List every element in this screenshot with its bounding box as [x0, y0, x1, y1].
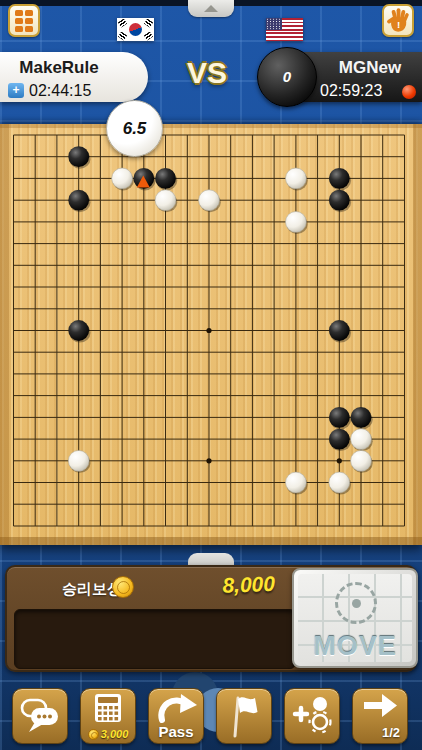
player-name-left: MakeRule	[4, 58, 114, 78]
stone-black-Q6	[329, 407, 350, 428]
stone-white-O17	[286, 168, 307, 189]
menu-button[interactable]	[8, 4, 40, 37]
stone-white-O3	[286, 472, 307, 493]
add-stone-button[interactable]	[284, 688, 340, 744]
stone-black-D18	[68, 146, 89, 167]
stone-white-R5	[351, 429, 372, 450]
move-button-label: MOVE	[294, 631, 416, 662]
calculator-icon	[88, 692, 128, 726]
grid-menu-icon	[15, 10, 23, 16]
star-point	[337, 458, 342, 463]
turn-indicator-dot	[402, 85, 416, 99]
star-point	[206, 328, 211, 333]
player-name-right: MGNew	[322, 58, 418, 78]
flag-united-states	[266, 18, 303, 41]
stone-black-Q5	[329, 429, 350, 450]
top-pull-tab[interactable]	[188, 0, 234, 17]
taegeuk-icon	[129, 23, 142, 36]
go-board[interactable]	[0, 124, 422, 545]
target-dashed-circle-icon	[335, 582, 377, 624]
score-estimate-button[interactable]: 3,000	[80, 688, 136, 744]
stone-black-Q17	[329, 168, 350, 189]
stone-black-D16	[68, 190, 89, 211]
star-point	[206, 458, 211, 463]
arrow-right-icon	[360, 692, 400, 722]
stone-black-Q16	[329, 190, 350, 211]
player-time-right: 02:59:23	[320, 82, 382, 100]
curved-arrow-icon	[154, 692, 198, 724]
player-panel-right[interactable]: 0 MGNew 02:59:23	[268, 52, 422, 102]
bottom-toolbar: 3,000 Pass 1/2	[0, 688, 422, 744]
black-stone-badge: 0	[257, 47, 317, 107]
hand-alert-button[interactable]: !	[382, 4, 414, 37]
chat-log-area[interactable]	[14, 609, 296, 669]
stone-black-D10	[68, 320, 89, 341]
move-button[interactable]: MOVE	[292, 568, 418, 668]
pass-button[interactable]: Pass	[148, 688, 204, 744]
stone-white-F17	[112, 168, 133, 189]
estimate-cost-badge: 3,000	[81, 728, 135, 740]
flag-south-korea	[117, 18, 154, 41]
stone-white-O15	[286, 212, 307, 233]
chat-button[interactable]	[12, 688, 68, 744]
board-grid	[0, 124, 422, 545]
stone-white-D4	[68, 450, 89, 471]
hand-alert-icon: !	[384, 6, 412, 35]
flag-icon	[222, 692, 266, 740]
stone-white-H16	[155, 190, 176, 211]
page-next-button[interactable]: 1/2	[352, 688, 408, 744]
stone-black-H17	[155, 168, 176, 189]
svg-text:!: !	[397, 19, 400, 30]
stone-white-R4	[351, 450, 372, 471]
plus-stones-icon	[290, 692, 334, 740]
chat-bubbles-icon	[17, 692, 63, 738]
plus-icon[interactable]: +	[8, 83, 24, 98]
white-stone-badge: 6.5	[106, 100, 163, 157]
player-panel-left[interactable]: MakeRule + 02:44:15 6.5	[0, 52, 148, 102]
stone-black-Q10	[329, 320, 350, 341]
gold-coin-icon	[112, 576, 134, 598]
pass-label: Pass	[149, 723, 203, 740]
resign-button[interactable]	[216, 688, 272, 744]
player-time-left: 02:44:15	[29, 82, 91, 100]
chevron-up-icon	[204, 5, 218, 12]
vs-label: VS	[178, 56, 236, 90]
stone-white-Q3	[329, 472, 350, 493]
reward-amount: 8,000	[157, 572, 276, 600]
stone-white-K16	[199, 190, 220, 211]
us-canton	[266, 18, 282, 30]
page-indicator: 1/2	[382, 725, 400, 740]
stone-black-R6	[351, 407, 372, 428]
gold-coin-icon	[88, 729, 99, 740]
